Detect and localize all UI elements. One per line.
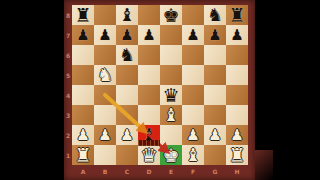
square-a4[interactable] bbox=[72, 85, 94, 105]
square-b6[interactable] bbox=[94, 45, 116, 65]
square-e6[interactable] bbox=[160, 45, 182, 65]
square-d2[interactable]: ♝ bbox=[138, 125, 160, 145]
square-b1[interactable] bbox=[94, 145, 116, 165]
file-label-H: H bbox=[226, 168, 248, 175]
square-h7[interactable]: ♟ bbox=[226, 25, 248, 45]
piece-black-pawn[interactable]: ♟ bbox=[72, 25, 94, 45]
board: ♜♝♚♞♜♟♟♟♟♟♟♟♞♞♛♝♟♟♟♝♟♟♟♜♛♚♝♜ bbox=[72, 5, 248, 165]
square-b5[interactable]: ♞ bbox=[94, 65, 116, 85]
rank-label-7: 7 bbox=[65, 32, 72, 39]
square-e1[interactable]: ♚ bbox=[160, 145, 182, 165]
square-b8[interactable] bbox=[94, 5, 116, 25]
file-label-F: F bbox=[182, 168, 204, 175]
piece-white-pawn[interactable]: ♟ bbox=[94, 125, 116, 145]
square-g2[interactable]: ♟ bbox=[204, 125, 226, 145]
piece-black-pawn[interactable]: ♟ bbox=[116, 25, 138, 45]
square-a5[interactable] bbox=[72, 65, 94, 85]
square-c1[interactable] bbox=[116, 145, 138, 165]
square-a2[interactable]: ♟ bbox=[72, 125, 94, 145]
piece-white-king[interactable]: ♚ bbox=[160, 145, 182, 165]
square-h3[interactable] bbox=[226, 105, 248, 125]
square-e5[interactable] bbox=[160, 65, 182, 85]
square-a7[interactable]: ♟ bbox=[72, 25, 94, 45]
square-h6[interactable] bbox=[226, 45, 248, 65]
square-f4[interactable] bbox=[182, 85, 204, 105]
rank-label-3: 3 bbox=[65, 112, 72, 119]
square-e3[interactable]: ♝ bbox=[160, 105, 182, 125]
rank-label-2: 2 bbox=[65, 132, 72, 139]
piece-white-pawn[interactable]: ♟ bbox=[204, 125, 226, 145]
square-f1[interactable]: ♝ bbox=[182, 145, 204, 165]
rank-label-5: 5 bbox=[65, 72, 72, 79]
piece-black-knight[interactable]: ♞ bbox=[204, 5, 226, 25]
piece-black-pawn[interactable]: ♟ bbox=[138, 25, 160, 45]
square-g3[interactable] bbox=[204, 105, 226, 125]
piece-black-king[interactable]: ♚ bbox=[160, 5, 182, 25]
piece-black-knight[interactable]: ♞ bbox=[116, 45, 138, 65]
square-b7[interactable]: ♟ bbox=[94, 25, 116, 45]
piece-black-rook[interactable]: ♜ bbox=[226, 5, 248, 25]
square-b2[interactable]: ♟ bbox=[94, 125, 116, 145]
file-label-B: B bbox=[94, 168, 116, 175]
video-frame: ♜♝♚♞♜♟♟♟♟♟♟♟♞♞♛♝♟♟♟♝♟♟♟♜♛♚♝♜ ABCDEFGH 87… bbox=[0, 0, 320, 180]
file-label-A: A bbox=[72, 168, 94, 175]
square-c7[interactable]: ♟ bbox=[116, 25, 138, 45]
piece-black-pawn[interactable]: ♟ bbox=[182, 25, 204, 45]
square-e4[interactable]: ♛ bbox=[160, 85, 182, 105]
square-g6[interactable] bbox=[204, 45, 226, 65]
square-d8[interactable] bbox=[138, 5, 160, 25]
square-e7[interactable] bbox=[160, 25, 182, 45]
file-label-G: G bbox=[204, 168, 226, 175]
piece-white-knight[interactable]: ♞ bbox=[94, 65, 116, 85]
square-h1[interactable]: ♜ bbox=[226, 145, 248, 165]
board-frame: ♜♝♚♞♜♟♟♟♟♟♟♟♞♞♛♝♟♟♟♝♟♟♟♜♛♚♝♜ ABCDEFGH bbox=[64, 0, 255, 180]
square-c8[interactable]: ♝ bbox=[116, 5, 138, 25]
square-c5[interactable] bbox=[116, 65, 138, 85]
square-h8[interactable]: ♜ bbox=[226, 5, 248, 25]
file-label-E: E bbox=[160, 168, 182, 175]
rank-label-1: 1 bbox=[65, 152, 72, 159]
square-a3[interactable] bbox=[72, 105, 94, 125]
square-d4[interactable] bbox=[138, 85, 160, 105]
piece-white-bishop[interactable]: ♝ bbox=[182, 145, 204, 165]
piece-white-pawn[interactable]: ♟ bbox=[182, 125, 204, 145]
square-h5[interactable] bbox=[226, 65, 248, 85]
square-d6[interactable] bbox=[138, 45, 160, 65]
file-label-C: C bbox=[116, 168, 138, 175]
square-e8[interactable]: ♚ bbox=[160, 5, 182, 25]
square-g5[interactable] bbox=[204, 65, 226, 85]
piece-white-bishop[interactable]: ♝ bbox=[160, 105, 182, 125]
rank-label-4: 4 bbox=[65, 92, 72, 99]
square-a6[interactable] bbox=[72, 45, 94, 65]
square-g1[interactable] bbox=[204, 145, 226, 165]
square-a8[interactable]: ♜ bbox=[72, 5, 94, 25]
square-f5[interactable] bbox=[182, 65, 204, 85]
piece-black-rook[interactable]: ♜ bbox=[72, 5, 94, 25]
piece-black-pawn[interactable]: ♟ bbox=[226, 25, 248, 45]
square-b4[interactable] bbox=[94, 85, 116, 105]
square-c6[interactable]: ♞ bbox=[116, 45, 138, 65]
square-c4[interactable] bbox=[116, 85, 138, 105]
square-f2[interactable]: ♟ bbox=[182, 125, 204, 145]
piece-black-bishop[interactable]: ♝ bbox=[138, 125, 160, 145]
square-a1[interactable]: ♜ bbox=[72, 145, 94, 165]
square-f7[interactable]: ♟ bbox=[182, 25, 204, 45]
square-g8[interactable]: ♞ bbox=[204, 5, 226, 25]
piece-white-queen[interactable]: ♛ bbox=[138, 145, 160, 165]
piece-white-pawn[interactable]: ♟ bbox=[116, 125, 138, 145]
square-d5[interactable] bbox=[138, 65, 160, 85]
square-b3[interactable] bbox=[94, 105, 116, 125]
square-c3[interactable] bbox=[116, 105, 138, 125]
piece-black-pawn[interactable]: ♟ bbox=[204, 25, 226, 45]
file-label-D: D bbox=[138, 168, 160, 175]
piece-black-pawn[interactable]: ♟ bbox=[94, 25, 116, 45]
piece-black-bishop[interactable]: ♝ bbox=[116, 5, 138, 25]
piece-white-rook[interactable]: ♜ bbox=[72, 145, 94, 165]
rank-label-8: 8 bbox=[65, 12, 72, 19]
piece-black-queen[interactable]: ♛ bbox=[160, 85, 182, 105]
rank-label-6: 6 bbox=[65, 52, 72, 59]
frame-edge-shadow bbox=[255, 150, 273, 180]
piece-white-pawn[interactable]: ♟ bbox=[226, 125, 248, 145]
square-h2[interactable]: ♟ bbox=[226, 125, 248, 145]
square-d1[interactable]: ♛ bbox=[138, 145, 160, 165]
square-c2[interactable]: ♟ bbox=[116, 125, 138, 145]
piece-white-pawn[interactable]: ♟ bbox=[72, 125, 94, 145]
square-d3[interactable] bbox=[138, 105, 160, 125]
square-d7[interactable]: ♟ bbox=[138, 25, 160, 45]
piece-white-rook[interactable]: ♜ bbox=[226, 145, 248, 165]
square-f8[interactable] bbox=[182, 5, 204, 25]
square-f6[interactable] bbox=[182, 45, 204, 65]
square-f3[interactable] bbox=[182, 105, 204, 125]
square-e2[interactable] bbox=[160, 125, 182, 145]
square-g7[interactable]: ♟ bbox=[204, 25, 226, 45]
square-h4[interactable] bbox=[226, 85, 248, 105]
square-g4[interactable] bbox=[204, 85, 226, 105]
